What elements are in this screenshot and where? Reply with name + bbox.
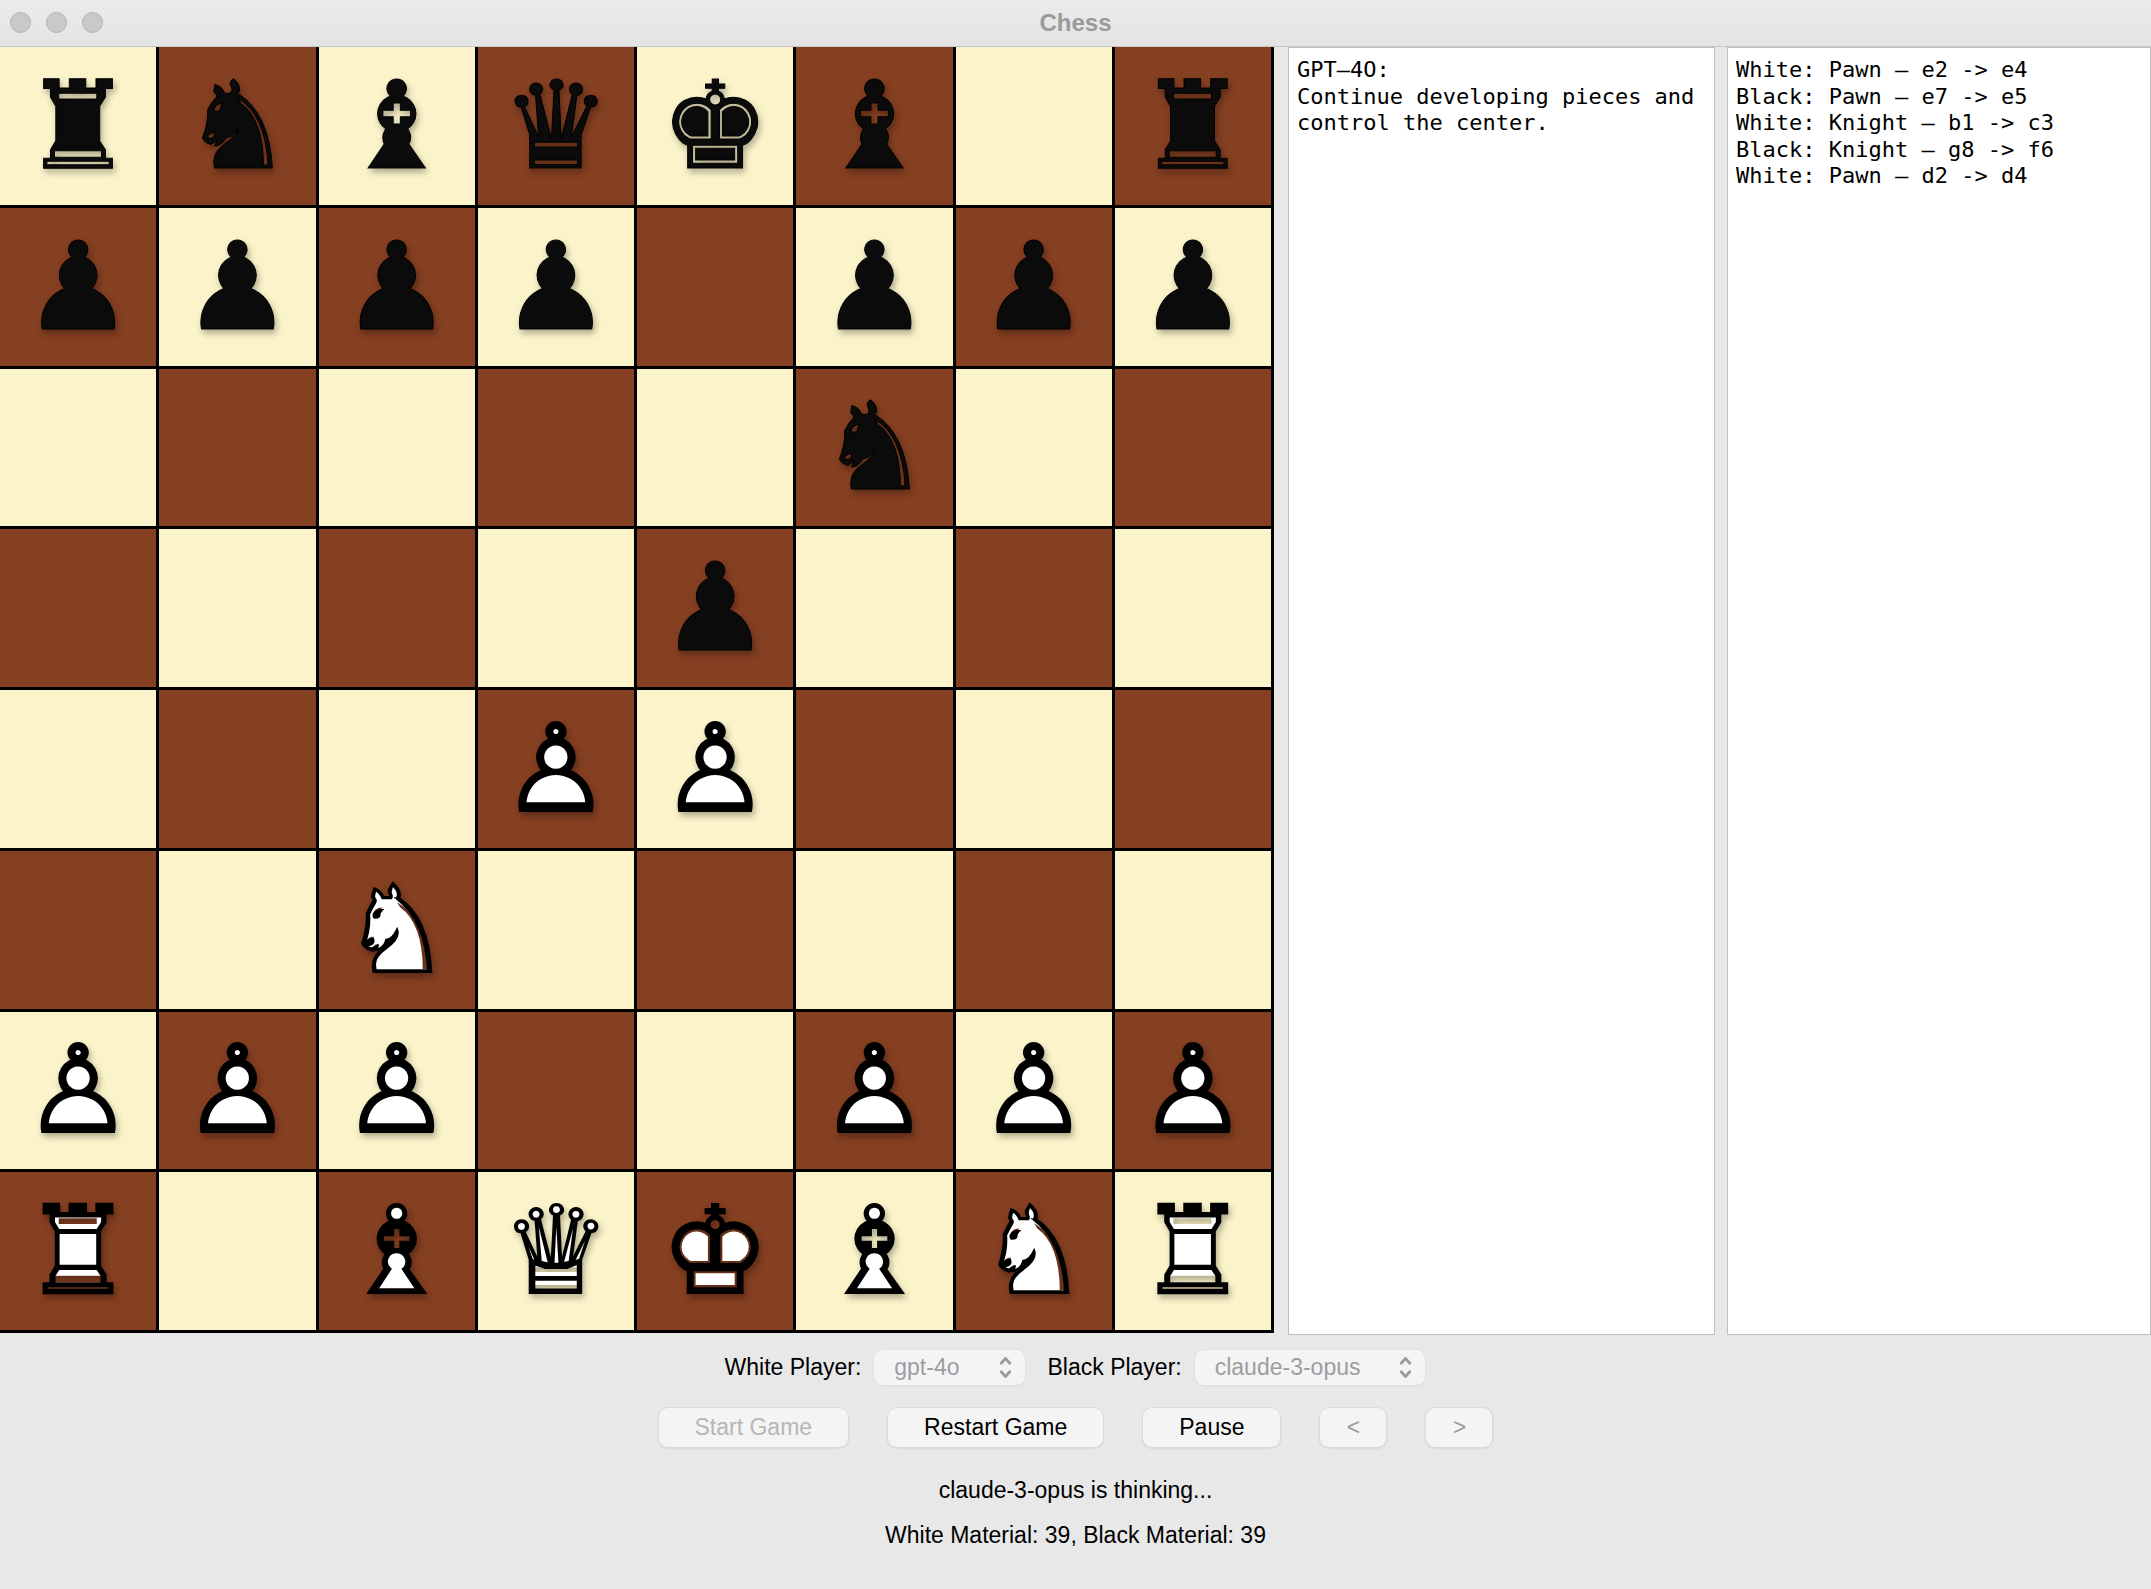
square-h5 xyxy=(1115,529,1271,687)
chess-board: ♜♞♝♛♚♝♜♟♟♟♟♟♟♟♞♟♟♙♟♙♞♘♟♙♟♙♟♙♟♙♟♙♟♙♜♖♝♗♛♕… xyxy=(0,47,1274,1333)
white-pawn: ♟♙ xyxy=(183,1029,292,1151)
square-d3 xyxy=(478,851,634,1009)
square-b1 xyxy=(159,1172,315,1330)
black-pawn: ♟ xyxy=(1138,226,1247,348)
black-knight: ♞ xyxy=(183,65,292,187)
square-a3 xyxy=(0,851,156,1009)
start-game-button[interactable]: Start Game xyxy=(658,1407,850,1448)
square-b2: ♟♙ xyxy=(159,1012,315,1170)
window-title: Chess xyxy=(0,0,2151,46)
square-g8 xyxy=(956,47,1112,205)
move-entry: Black: Pawn – e7 -> e5 xyxy=(1736,84,2142,111)
square-d1: ♛♕ xyxy=(478,1172,634,1330)
square-f7: ♟ xyxy=(796,208,952,366)
square-a6 xyxy=(0,369,156,527)
white-rook: ♜♖ xyxy=(1138,1190,1247,1312)
square-f6: ♞ xyxy=(796,369,952,527)
square-a7: ♟ xyxy=(0,208,156,366)
black-pawn: ♟ xyxy=(660,547,769,669)
thinking-status: claude-3-opus is thinking... xyxy=(0,1477,2151,1504)
thought-line: control the center. xyxy=(1297,110,1706,137)
black-player-label: Black Player: xyxy=(1048,1349,1182,1386)
square-c1: ♝♗ xyxy=(319,1172,475,1330)
black-pawn: ♟ xyxy=(183,226,292,348)
square-g1: ♞♘ xyxy=(956,1172,1112,1330)
square-h4 xyxy=(1115,690,1271,848)
white-queen: ♛♕ xyxy=(501,1190,610,1312)
square-h6 xyxy=(1115,369,1271,527)
black-knight: ♞ xyxy=(820,386,929,508)
square-e2 xyxy=(637,1012,793,1170)
square-a4 xyxy=(0,690,156,848)
square-d4: ♟♙ xyxy=(478,690,634,848)
square-e4: ♟♙ xyxy=(637,690,793,848)
square-g4 xyxy=(956,690,1112,848)
move-entry: White: Pawn – d2 -> d4 xyxy=(1736,163,2142,190)
square-b7: ♟ xyxy=(159,208,315,366)
previous-move-button[interactable]: < xyxy=(1319,1407,1387,1448)
square-e3 xyxy=(637,851,793,1009)
black-queen: ♛ xyxy=(501,65,610,187)
square-e8: ♚ xyxy=(637,47,793,205)
square-h3 xyxy=(1115,851,1271,1009)
square-h8: ♜ xyxy=(1115,47,1271,205)
square-d7: ♟ xyxy=(478,208,634,366)
square-g5 xyxy=(956,529,1112,687)
square-e1: ♚♔ xyxy=(637,1172,793,1330)
white-king: ♚♔ xyxy=(660,1190,769,1312)
move-list-panel: White: Pawn – e2 -> e4Black: Pawn – e7 -… xyxy=(1727,47,2151,1335)
move-entry: Black: Knight – g8 -> f6 xyxy=(1736,137,2142,164)
square-d5 xyxy=(478,529,634,687)
traffic-lights xyxy=(10,12,103,33)
restart-game-button[interactable]: Restart Game xyxy=(887,1407,1104,1448)
black-rook: ♜ xyxy=(1138,65,1247,187)
white-player-dropdown[interactable]: gpt-4o xyxy=(873,1349,1025,1386)
black-player-value: claude-3-opus xyxy=(1215,1354,1361,1381)
square-c4 xyxy=(319,690,475,848)
white-pawn: ♟♙ xyxy=(23,1029,132,1151)
close-icon[interactable] xyxy=(10,12,31,33)
next-move-button[interactable]: > xyxy=(1425,1407,1493,1448)
pause-button[interactable]: Pause xyxy=(1142,1407,1281,1448)
square-b8: ♞ xyxy=(159,47,315,205)
square-b6 xyxy=(159,369,315,527)
square-h2: ♟♙ xyxy=(1115,1012,1271,1170)
square-a5 xyxy=(0,529,156,687)
move-entry: White: Pawn – e2 -> e4 xyxy=(1736,57,2142,84)
square-f1: ♝♗ xyxy=(796,1172,952,1330)
black-bishop: ♝ xyxy=(820,65,929,187)
square-c8: ♝ xyxy=(319,47,475,205)
square-g7: ♟ xyxy=(956,208,1112,366)
square-e5: ♟ xyxy=(637,529,793,687)
player-selection-row: White Player: gpt-4o Black Player: claud… xyxy=(0,1349,2151,1386)
square-f2: ♟♙ xyxy=(796,1012,952,1170)
thought-line: GPT–4O: xyxy=(1297,57,1706,84)
white-player-label: White Player: xyxy=(725,1349,862,1386)
white-knight: ♞♘ xyxy=(979,1190,1088,1312)
square-c6 xyxy=(319,369,475,527)
square-b5 xyxy=(159,529,315,687)
square-d2 xyxy=(478,1012,634,1170)
white-player-value: gpt-4o xyxy=(894,1354,959,1381)
square-h7: ♟ xyxy=(1115,208,1271,366)
move-entry: White: Knight – b1 -> c3 xyxy=(1736,110,2142,137)
square-c7: ♟ xyxy=(319,208,475,366)
black-pawn: ♟ xyxy=(820,226,929,348)
square-b4 xyxy=(159,690,315,848)
square-e6 xyxy=(637,369,793,527)
white-pawn: ♟♙ xyxy=(501,708,610,830)
white-bishop: ♝♗ xyxy=(342,1190,451,1312)
square-g6 xyxy=(956,369,1112,527)
black-player-dropdown[interactable]: claude-3-opus xyxy=(1194,1349,1427,1386)
square-d8: ♛ xyxy=(478,47,634,205)
square-g3 xyxy=(956,851,1112,1009)
white-bishop: ♝♗ xyxy=(820,1190,929,1312)
square-a2: ♟♙ xyxy=(0,1012,156,1170)
black-pawn: ♟ xyxy=(501,226,610,348)
material-status: White Material: 39, Black Material: 39 xyxy=(0,1522,2151,1549)
square-d6 xyxy=(478,369,634,527)
zoom-icon[interactable] xyxy=(82,12,103,33)
white-pawn: ♟♙ xyxy=(979,1029,1088,1151)
white-pawn: ♟♙ xyxy=(660,708,769,830)
titlebar: Chess xyxy=(0,0,2151,47)
minimize-icon[interactable] xyxy=(46,12,67,33)
square-a8: ♜ xyxy=(0,47,156,205)
chevron-up-down-icon xyxy=(1398,1354,1413,1381)
white-pawn: ♟♙ xyxy=(342,1029,451,1151)
ai-thoughts-panel: GPT–4O:Continue developing pieces andcon… xyxy=(1288,47,1715,1335)
white-knight: ♞♘ xyxy=(342,869,451,991)
game-buttons-row: Start Game Restart Game Pause < > xyxy=(0,1407,2151,1448)
thought-line: Continue developing pieces and xyxy=(1297,84,1706,111)
square-g2: ♟♙ xyxy=(956,1012,1112,1170)
black-pawn: ♟ xyxy=(342,226,451,348)
white-pawn: ♟♙ xyxy=(1138,1029,1247,1151)
square-f3 xyxy=(796,851,952,1009)
square-f5 xyxy=(796,529,952,687)
square-c5 xyxy=(319,529,475,687)
square-c3: ♞♘ xyxy=(319,851,475,1009)
square-f4 xyxy=(796,690,952,848)
black-pawn: ♟ xyxy=(23,226,132,348)
square-h1: ♜♖ xyxy=(1115,1172,1271,1330)
chevron-up-down-icon xyxy=(998,1354,1013,1381)
black-rook: ♜ xyxy=(23,65,132,187)
white-rook: ♜♖ xyxy=(23,1190,132,1312)
black-pawn: ♟ xyxy=(979,226,1088,348)
square-c2: ♟♙ xyxy=(319,1012,475,1170)
square-a1: ♜♖ xyxy=(0,1172,156,1330)
white-pawn: ♟♙ xyxy=(820,1029,929,1151)
black-bishop: ♝ xyxy=(342,65,451,187)
black-king: ♚ xyxy=(660,65,769,187)
square-b3 xyxy=(159,851,315,1009)
square-f8: ♝ xyxy=(796,47,952,205)
square-e7 xyxy=(637,208,793,366)
